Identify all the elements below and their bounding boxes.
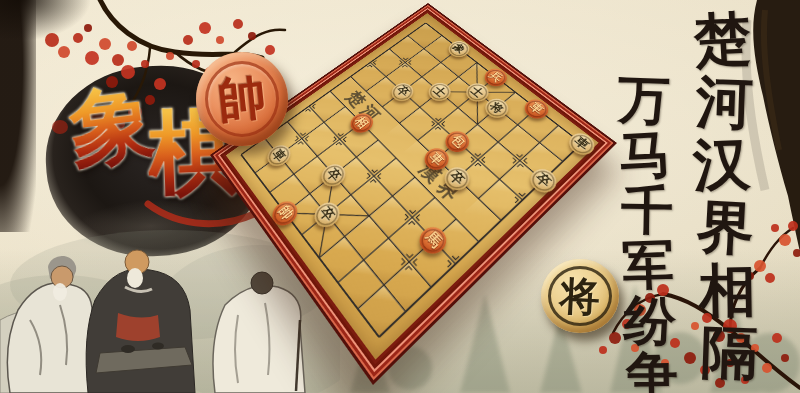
piece-glyph: 車 [270,147,288,163]
calligraphy-char: 纷 [623,291,678,349]
piece-glyph: 車 [527,101,546,116]
calligraphy-char: 隔 [700,321,759,386]
piece-卒[interactable]: 卒 [439,162,474,194]
piece-glyph: 卒 [394,85,411,99]
piece-卒[interactable]: 卒 [525,164,561,197]
piece-車[interactable]: 車 [263,141,295,170]
piece-glyph: 馬 [423,230,444,251]
piece-車[interactable]: 車 [564,129,599,159]
piece-帥[interactable]: 帥 [268,196,302,230]
logo-char-xiang: 象 [65,79,159,173]
piece-卒[interactable]: 卒 [387,79,417,104]
piece-士[interactable]: 士 [424,79,455,104]
piece-glyph: 卒 [533,171,554,190]
piece-将[interactable]: 将 [481,95,513,122]
piece-glyph: 車 [572,135,592,152]
calligraphy-char: 万 [617,71,671,128]
piece-車[interactable]: 車 [520,95,553,122]
piece-glyph: 卒 [324,166,343,184]
piece-glyph: 包 [448,133,467,149]
piece-glyph: 士 [468,85,486,99]
piece-glyph: 卒 [317,205,337,224]
piece-相[interactable]: 相 [346,109,377,136]
calligraphy-char: 争 [626,347,679,393]
calligraphy-char: 军 [621,236,675,293]
piece-glyph: 卒 [447,169,467,187]
piece-卒[interactable]: 卒 [317,160,350,191]
piece-glyph: 将 [488,101,506,116]
banner-stage: 象 棋 [0,0,800,393]
calligraphy-char: 千 [621,182,674,238]
calligraphy-char: 河 [695,70,754,135]
calligraphy-char: 汉 [692,132,751,197]
calligraphy-column-right: 楚河汉界相隔 [694,8,751,384]
piece-glyph: 兵 [487,70,505,84]
piece-glyph: 相 [353,115,371,130]
piece-glyph: 象 [451,42,468,55]
piece-象[interactable]: 象 [444,38,473,60]
piece-glyph: 帥 [276,204,295,223]
piece-glyph: 車 [427,150,446,167]
piece-馬[interactable]: 馬 [415,222,452,259]
piece-卒[interactable]: 卒 [309,198,344,232]
decor-red-general-piece[interactable]: 帥 [196,52,288,146]
calligraphy-char: 楚 [692,7,752,73]
piece-glyph: 士 [431,85,448,99]
calligraphy-column-left: 万马千军纷争 [618,72,670,393]
red-general-glyph: 帥 [215,65,269,134]
calligraphy-char: 马 [618,126,673,184]
calligraphy-char: 界 [695,195,755,261]
calligraphy-char: 相 [698,258,756,322]
